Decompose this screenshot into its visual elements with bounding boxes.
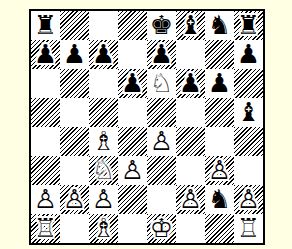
piece-white-pawn: ♙ (208, 156, 231, 185)
square-b4[interactable] (60, 127, 89, 156)
square-e4[interactable]: ♙ (147, 127, 176, 156)
piece-white-pawn: ♙ (179, 185, 202, 214)
square-c3[interactable]: ♘ (89, 156, 118, 185)
piece-white-king: ♔ (150, 214, 173, 243)
square-e5[interactable] (147, 98, 176, 127)
piece-black-pawn: ♟ (34, 40, 57, 69)
square-f6[interactable]: ♟ (176, 69, 205, 98)
piece-black-pawn: ♟ (208, 69, 231, 98)
square-g3[interactable]: ♙ (205, 156, 234, 185)
square-g4[interactable] (205, 127, 234, 156)
piece-white-rook: ♖ (237, 214, 260, 243)
square-f1[interactable] (176, 214, 205, 243)
piece-white-knight: ♘ (92, 156, 115, 185)
piece-black-pawn: ♟ (237, 40, 260, 69)
square-h3[interactable] (234, 156, 263, 185)
piece-white-bishop: ♗ (92, 214, 115, 243)
square-e8[interactable]: ♚ (147, 11, 176, 40)
square-a2[interactable]: ♙ (31, 185, 60, 214)
square-e2[interactable] (147, 185, 176, 214)
square-c5[interactable] (89, 98, 118, 127)
piece-white-knight: ♘ (150, 69, 173, 98)
square-h2[interactable]: ♙ (234, 185, 263, 214)
square-h1[interactable]: ♖ (234, 214, 263, 243)
square-e6[interactable]: ♘ (147, 69, 176, 98)
square-a6[interactable] (31, 69, 60, 98)
piece-black-pawn: ♟ (92, 40, 115, 69)
square-d2[interactable] (118, 185, 147, 214)
piece-white-rook: ♖ (34, 214, 57, 243)
piece-black-rook: ♜ (34, 11, 57, 40)
square-c6[interactable] (89, 69, 118, 98)
square-a8[interactable]: ♜ (31, 11, 60, 40)
square-f5[interactable] (176, 98, 205, 127)
piece-white-pawn: ♙ (92, 185, 115, 214)
chess-board: ♜♚♝♞♜♟♟♟♟♟♟♘♟♟♝♗♙♘♙♙♙♙♙♙♞♙♖♗♔♖ (29, 9, 265, 245)
square-f3[interactable] (176, 156, 205, 185)
piece-black-knight: ♞ (208, 185, 231, 214)
square-b6[interactable] (60, 69, 89, 98)
square-f8[interactable]: ♝ (176, 11, 205, 40)
square-a4[interactable] (31, 127, 60, 156)
square-f2[interactable]: ♙ (176, 185, 205, 214)
square-e7[interactable]: ♟ (147, 40, 176, 69)
square-a3[interactable] (31, 156, 60, 185)
square-h4[interactable] (234, 127, 263, 156)
square-g8[interactable]: ♞ (205, 11, 234, 40)
square-d4[interactable] (118, 127, 147, 156)
piece-black-knight: ♞ (208, 11, 231, 40)
piece-black-pawn: ♟ (63, 40, 86, 69)
square-g1[interactable] (205, 214, 234, 243)
square-h8[interactable]: ♜ (234, 11, 263, 40)
square-d7[interactable] (118, 40, 147, 69)
piece-black-king: ♚ (150, 11, 173, 40)
square-b7[interactable]: ♟ (60, 40, 89, 69)
square-e1[interactable]: ♔ (147, 214, 176, 243)
piece-white-pawn: ♙ (237, 185, 260, 214)
square-b5[interactable] (60, 98, 89, 127)
square-c2[interactable]: ♙ (89, 185, 118, 214)
square-b2[interactable]: ♙ (60, 185, 89, 214)
square-b1[interactable] (60, 214, 89, 243)
square-a1[interactable]: ♖ (31, 214, 60, 243)
piece-white-pawn: ♙ (34, 185, 57, 214)
piece-black-pawn: ♟ (179, 69, 202, 98)
square-c4[interactable]: ♗ (89, 127, 118, 156)
square-f4[interactable] (176, 127, 205, 156)
piece-black-bishop: ♝ (237, 98, 260, 127)
square-d1[interactable] (118, 214, 147, 243)
square-c7[interactable]: ♟ (89, 40, 118, 69)
square-d3[interactable]: ♙ (118, 156, 147, 185)
piece-black-rook: ♜ (237, 11, 260, 40)
square-c1[interactable]: ♗ (89, 214, 118, 243)
square-a5[interactable] (31, 98, 60, 127)
square-d5[interactable] (118, 98, 147, 127)
piece-white-pawn: ♙ (63, 185, 86, 214)
square-g5[interactable] (205, 98, 234, 127)
square-h6[interactable] (234, 69, 263, 98)
piece-black-pawn: ♟ (121, 69, 144, 98)
square-h5[interactable]: ♝ (234, 98, 263, 127)
square-b8[interactable] (60, 11, 89, 40)
chess-diagram-page: ♜♚♝♞♜♟♟♟♟♟♟♘♟♟♝♗♙♘♙♙♙♙♙♙♞♙♖♗♔♖ (0, 0, 292, 249)
piece-white-bishop: ♗ (92, 127, 115, 156)
square-g2[interactable]: ♞ (205, 185, 234, 214)
square-f7[interactable] (176, 40, 205, 69)
piece-black-pawn: ♟ (150, 40, 173, 69)
square-g6[interactable]: ♟ (205, 69, 234, 98)
square-h7[interactable]: ♟ (234, 40, 263, 69)
square-a7[interactable]: ♟ (31, 40, 60, 69)
piece-white-pawn: ♙ (150, 127, 173, 156)
piece-white-pawn: ♙ (121, 156, 144, 185)
piece-black-bishop: ♝ (179, 11, 202, 40)
square-d8[interactable] (118, 11, 147, 40)
square-g7[interactable] (205, 40, 234, 69)
square-c8[interactable] (89, 11, 118, 40)
square-d6[interactable]: ♟ (118, 69, 147, 98)
square-e3[interactable] (147, 156, 176, 185)
square-b3[interactable] (60, 156, 89, 185)
